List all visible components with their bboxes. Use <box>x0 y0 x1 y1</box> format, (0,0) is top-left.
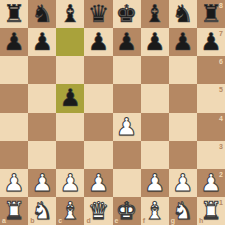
square-h7[interactable]: ♟7 <box>197 28 225 56</box>
black-pawn[interactable]: ♟ <box>0 28 28 56</box>
square-e7[interactable]: ♟ <box>113 28 141 56</box>
square-e2[interactable] <box>113 169 141 197</box>
rank-label-6: 6 <box>219 58 223 65</box>
square-a3[interactable] <box>0 141 28 169</box>
square-c5[interactable]: ♟ <box>56 84 84 112</box>
square-a6[interactable] <box>0 56 28 84</box>
square-a8[interactable]: ♜ <box>0 0 28 28</box>
square-g3[interactable] <box>169 141 197 169</box>
square-a2[interactable]: ♟ <box>0 169 28 197</box>
black-queen[interactable]: ♛ <box>84 0 112 28</box>
white-bishop[interactable]: ♝ <box>56 197 84 225</box>
square-a4[interactable] <box>0 113 28 141</box>
square-b3[interactable] <box>28 141 56 169</box>
white-pawn[interactable]: ♟ <box>141 169 169 197</box>
square-b4[interactable] <box>28 113 56 141</box>
square-f1[interactable]: ♝f <box>141 197 169 225</box>
square-d5[interactable] <box>84 84 112 112</box>
square-e5[interactable] <box>113 84 141 112</box>
white-rook[interactable]: ♜ <box>197 197 225 225</box>
white-rook[interactable]: ♜ <box>0 197 28 225</box>
white-pawn[interactable]: ♟ <box>56 169 84 197</box>
white-king[interactable]: ♚ <box>113 197 141 225</box>
black-knight[interactable]: ♞ <box>169 0 197 28</box>
square-c3[interactable] <box>56 141 84 169</box>
square-e4[interactable]: ♟ <box>113 113 141 141</box>
square-h1[interactable]: ♜1h <box>197 197 225 225</box>
rank-label-5: 5 <box>219 86 223 93</box>
square-a5[interactable] <box>0 84 28 112</box>
square-a1[interactable]: ♜a <box>0 197 28 225</box>
square-a7[interactable]: ♟ <box>0 28 28 56</box>
square-c1[interactable]: ♝c <box>56 197 84 225</box>
square-g7[interactable]: ♟ <box>169 28 197 56</box>
square-d1[interactable]: ♛d <box>84 197 112 225</box>
square-h5[interactable]: 5 <box>197 84 225 112</box>
square-h8[interactable]: ♜8 <box>197 0 225 28</box>
square-e3[interactable] <box>113 141 141 169</box>
square-e6[interactable] <box>113 56 141 84</box>
square-d6[interactable] <box>84 56 112 84</box>
square-f4[interactable] <box>141 113 169 141</box>
square-b1[interactable]: ♞b <box>28 197 56 225</box>
square-e1[interactable]: ♚e <box>113 197 141 225</box>
black-bishop[interactable]: ♝ <box>141 0 169 28</box>
square-g6[interactable] <box>169 56 197 84</box>
rank-label-4: 4 <box>219 115 223 122</box>
black-pawn[interactable]: ♟ <box>28 28 56 56</box>
white-pawn[interactable]: ♟ <box>28 169 56 197</box>
square-h2[interactable]: ♟2 <box>197 169 225 197</box>
black-pawn[interactable]: ♟ <box>169 28 197 56</box>
white-knight[interactable]: ♞ <box>28 197 56 225</box>
square-c4[interactable] <box>56 113 84 141</box>
white-knight[interactable]: ♞ <box>169 197 197 225</box>
square-f2[interactable]: ♟ <box>141 169 169 197</box>
square-d8[interactable]: ♛ <box>84 0 112 28</box>
white-pawn[interactable]: ♟ <box>169 169 197 197</box>
square-g2[interactable]: ♟ <box>169 169 197 197</box>
black-pawn[interactable]: ♟ <box>84 28 112 56</box>
square-b2[interactable]: ♟ <box>28 169 56 197</box>
square-d7[interactable]: ♟ <box>84 28 112 56</box>
square-h6[interactable]: 6 <box>197 56 225 84</box>
square-f3[interactable] <box>141 141 169 169</box>
white-queen[interactable]: ♛ <box>84 197 112 225</box>
black-bishop[interactable]: ♝ <box>56 0 84 28</box>
square-f5[interactable] <box>141 84 169 112</box>
square-b5[interactable] <box>28 84 56 112</box>
square-e8[interactable]: ♚ <box>113 0 141 28</box>
square-c8[interactable]: ♝ <box>56 0 84 28</box>
rank-label-3: 3 <box>219 143 223 150</box>
square-b7[interactable]: ♟ <box>28 28 56 56</box>
black-rook[interactable]: ♜ <box>197 0 225 28</box>
black-king[interactable]: ♚ <box>113 0 141 28</box>
square-f6[interactable] <box>141 56 169 84</box>
black-knight[interactable]: ♞ <box>28 0 56 28</box>
square-d2[interactable]: ♟ <box>84 169 112 197</box>
square-h3[interactable]: 3 <box>197 141 225 169</box>
square-g4[interactable] <box>169 113 197 141</box>
square-g8[interactable]: ♞ <box>169 0 197 28</box>
square-f8[interactable]: ♝ <box>141 0 169 28</box>
black-rook[interactable]: ♜ <box>0 0 28 28</box>
square-d4[interactable] <box>84 113 112 141</box>
square-b6[interactable] <box>28 56 56 84</box>
white-bishop[interactable]: ♝ <box>141 197 169 225</box>
square-g5[interactable] <box>169 84 197 112</box>
square-g1[interactable]: ♞g <box>169 197 197 225</box>
square-c6[interactable] <box>56 56 84 84</box>
black-pawn[interactable]: ♟ <box>197 28 225 56</box>
black-pawn[interactable]: ♟ <box>113 28 141 56</box>
square-h4[interactable]: 4 <box>197 113 225 141</box>
black-pawn[interactable]: ♟ <box>141 28 169 56</box>
white-pawn[interactable]: ♟ <box>113 113 141 141</box>
square-d3[interactable] <box>84 141 112 169</box>
chess-board: ♜♞♝♛♚♝♞♜8♟♟♟♟♟♟♟76♟5♟43♟♟♟♟♟♟♟2♜a♞b♝c♛d♚… <box>0 0 225 225</box>
white-pawn[interactable]: ♟ <box>84 169 112 197</box>
black-pawn[interactable]: ♟ <box>56 84 84 112</box>
square-f7[interactable]: ♟ <box>141 28 169 56</box>
white-pawn[interactable]: ♟ <box>197 169 225 197</box>
square-c7[interactable] <box>56 28 84 56</box>
white-pawn[interactable]: ♟ <box>0 169 28 197</box>
square-b8[interactable]: ♞ <box>28 0 56 28</box>
square-c2[interactable]: ♟ <box>56 169 84 197</box>
